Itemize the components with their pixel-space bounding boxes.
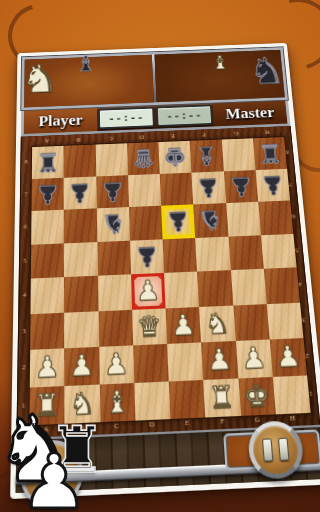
white-pawn-piece[interactable]: ♟ [64,347,99,385]
square-d7[interactable] [128,173,161,207]
square-b7[interactable]: ♟ [64,176,97,210]
square-b4[interactable] [64,276,98,313]
square-h6[interactable] [258,200,293,234]
square-a4[interactable] [30,277,64,314]
square-f7[interactable]: ♟ [192,171,226,205]
board-frame: ABCDEFGH ABCDEFGH 87654321 87654321 ♜♛♚♝… [16,126,320,438]
square-h1[interactable] [273,375,311,414]
black-rook-piece[interactable]: ♜ [32,146,64,178]
square-h2[interactable]: ♟ [269,338,307,376]
square-c3[interactable] [98,309,133,347]
coordinate-label: E [157,131,189,140]
square-d4[interactable]: ♟ [131,273,166,309]
square-e5[interactable] [163,238,198,273]
white-rook-piece[interactable]: ♜ [29,386,64,425]
black-rook-piece[interactable]: ♜ [253,137,287,169]
square-b8[interactable] [64,145,96,178]
coordinate-label: 3 [20,313,29,349]
black-captured-tray: ♝ [211,53,230,72]
square-c8[interactable] [95,143,127,176]
coordinate-label: B [63,135,95,144]
white-queen-piece[interactable]: ♛ [132,308,167,345]
square-h7[interactable]: ♟ [255,168,290,201]
square-f5[interactable] [195,236,230,271]
square-c6[interactable]: ♞ [96,207,129,242]
square-a3[interactable] [30,312,64,350]
square-d6[interactable] [129,206,163,240]
square-h8[interactable]: ♜ [253,137,287,170]
coordinate-label: 1 [19,386,28,425]
black-pawn-piece[interactable]: ♟ [96,175,129,208]
square-c5[interactable] [97,240,131,275]
black-pawn-piece[interactable]: ♟ [31,177,63,210]
coordinate-label: 5 [21,243,29,278]
black-pawn-piece[interactable]: ♟ [161,204,195,238]
white-knight-piece[interactable]: ♞ [65,384,100,423]
white-pawn-piece[interactable]: ♟ [99,345,134,383]
coordinate-label: 2 [19,349,28,387]
square-f3[interactable]: ♞ [199,305,235,342]
white-pawn-piece[interactable]: ♟ [166,306,202,343]
white-king-piece[interactable]: ♚ [238,376,276,415]
coordinate-label: G [220,129,252,138]
coordinate-label: C [94,133,126,142]
coordinate-label: H [251,127,283,136]
black-pawn-piece[interactable]: ♟ [255,168,290,201]
square-g1[interactable]: ♚ [238,376,276,416]
black-knight-piece[interactable]: ♞ [193,203,228,237]
square-f2[interactable]: ♟ [201,341,238,379]
square-f4[interactable] [197,270,233,306]
coordinate-label: D [126,132,158,141]
black-pawn-piece[interactable]: ♟ [64,176,97,209]
white-player-name: Player [24,107,98,134]
square-f6[interactable]: ♞ [193,203,228,237]
square-g8[interactable] [221,138,255,171]
square-e6[interactable]: ♟ [161,204,195,238]
coordinate-label: 6 [21,210,29,244]
square-e7[interactable] [160,172,194,206]
square-g7[interactable]: ♟ [223,170,258,203]
square-d1[interactable] [134,381,170,421]
coordinate-label: F [188,130,220,139]
black-pawn-piece[interactable]: ♟ [223,170,257,203]
square-b6[interactable] [64,208,97,243]
pause-plate [223,429,320,470]
square-e3[interactable]: ♟ [166,306,202,343]
square-h5[interactable] [261,233,297,268]
black-knight-piece[interactable]: ♞ [96,207,129,241]
pause-icon [262,438,273,461]
coordinate-label: 4 [20,278,29,313]
white-captured-tray: ♝ [76,54,96,75]
white-pawn-piece[interactable]: ♟ [131,273,166,309]
square-g2[interactable]: ♟ [235,340,272,378]
square-a7[interactable]: ♟ [31,177,63,211]
game-card: ♝ ♝ ♞ ♞ Player --:-- --:-- Master ABCDEF… [10,43,320,499]
square-e2[interactable] [167,342,203,381]
square-e1[interactable] [169,379,206,419]
square-c4[interactable] [97,274,131,310]
square-d3[interactable]: ♛ [132,308,167,345]
white-knight-piece[interactable]: ♞ [199,305,235,342]
black-clock: --:-- [156,104,213,126]
coordinate-label: 7 [22,178,30,211]
square-e8[interactable]: ♚ [158,141,191,174]
square-d8[interactable]: ♛ [127,142,160,175]
white-knight-icon: ♞ [20,58,58,99]
square-h4[interactable] [264,267,300,303]
black-knight-icon: ♞ [248,53,286,90]
square-f8[interactable]: ♝ [190,140,224,173]
square-a6[interactable] [31,210,64,245]
square-a8[interactable]: ♜ [32,146,64,179]
square-d2[interactable] [133,344,169,383]
coordinate-label: A [31,136,63,145]
square-b3[interactable] [64,311,98,349]
black-pawn-piece[interactable]: ♟ [192,171,226,204]
square-b1[interactable]: ♞ [65,384,100,424]
square-a1[interactable]: ♜ [29,386,64,426]
white-pawn-piece[interactable]: ♟ [201,341,238,379]
square-c7[interactable]: ♟ [96,175,129,209]
white-rook-piece[interactable]: ♜ [203,378,240,417]
white-pawn-piece[interactable]: ♟ [269,338,307,376]
player-header: ♝ ♝ ♞ ♞ [21,47,288,110]
square-d5[interactable]: ♟ [130,239,164,274]
black-player-name: Master [213,100,288,127]
square-g5[interactable] [228,235,264,270]
square-h3[interactable] [266,302,303,339]
square-e4[interactable] [164,272,199,308]
black-king-piece[interactable]: ♚ [158,141,191,173]
square-g6[interactable] [226,202,261,236]
chess-board[interactable]: ♜♛♚♝♜♟♟♟♟♟♟♞♟♞♟♟♛♟♞♟♟♟♟♟♟♜♞♝♜♚ [28,136,312,426]
square-f1[interactable]: ♜ [203,378,240,418]
scene: ♝ ♝ ♞ ♞ Player --:-- --:-- Master ABCDEF… [0,0,320,512]
black-bishop-captured: ♝ [76,52,96,76]
white-pawn-piece[interactable]: ♟ [235,340,272,378]
white-clock: --:-- [98,107,155,129]
square-g4[interactable] [230,269,266,305]
square-b2[interactable]: ♟ [64,347,99,386]
square-b5[interactable] [64,242,97,278]
black-queen-piece[interactable]: ♛ [127,142,160,174]
white-bishop-captured: ♝ [211,52,231,74]
square-a5[interactable] [31,243,64,279]
square-c2[interactable]: ♟ [99,345,134,384]
white-pawn-piece[interactable]: ♟ [30,348,65,386]
coordinate-label: 8 [22,146,30,178]
pause-icon [278,438,290,461]
card-inner: ♝ ♝ ♞ ♞ Player --:-- --:-- Master ABCDEF… [16,47,320,493]
white-bishop-piece[interactable]: ♝ [99,382,135,421]
square-a2[interactable]: ♟ [30,348,65,387]
square-g3[interactable] [233,304,270,341]
square-c1[interactable]: ♝ [99,382,135,422]
black-pawn-piece[interactable]: ♟ [130,239,164,274]
black-bishop-piece[interactable]: ♝ [190,140,224,172]
